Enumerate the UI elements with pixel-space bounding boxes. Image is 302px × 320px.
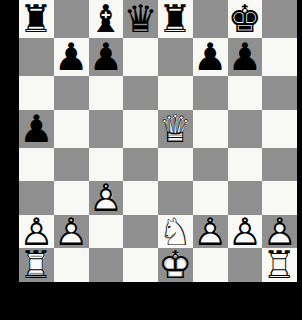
square-e1[interactable]: ♚♔ <box>158 248 193 282</box>
square-c7[interactable]: ♟ <box>89 38 124 76</box>
white-rook-h1[interactable]: ♜♖ <box>262 248 297 282</box>
square-e5[interactable]: ♛♕ <box>158 110 193 148</box>
square-a6[interactable] <box>19 76 54 110</box>
square-f8[interactable] <box>193 0 228 38</box>
black-pawn-a5[interactable]: ♟ <box>19 110 54 148</box>
black-pawn-b7[interactable]: ♟ <box>54 38 89 76</box>
square-b6[interactable] <box>54 76 89 110</box>
square-g6[interactable] <box>228 76 263 110</box>
square-c5[interactable] <box>89 110 124 148</box>
chess-board-screenshot: ♜♝♛♜♚♟♟♟♟♟♛♕♟♙♟♙♟♙♞♘♟♙♟♙♟♙♜♖♚♔♜♖ <box>0 0 302 320</box>
white-queen-e5[interactable]: ♛♕ <box>158 110 193 148</box>
square-c6[interactable] <box>89 76 124 110</box>
square-a8[interactable]: ♜ <box>19 0 54 38</box>
square-b7[interactable]: ♟ <box>54 38 89 76</box>
square-a1[interactable]: ♜♖ <box>19 248 54 282</box>
white-rook-a1[interactable]: ♜♖ <box>19 248 54 282</box>
square-b1[interactable] <box>54 248 89 282</box>
square-h6[interactable] <box>262 76 297 110</box>
square-f4[interactable] <box>193 148 228 182</box>
square-d1[interactable] <box>123 248 158 282</box>
square-a7[interactable] <box>19 38 54 76</box>
square-g2[interactable]: ♟♙ <box>228 215 263 249</box>
square-e7[interactable] <box>158 38 193 76</box>
square-g4[interactable] <box>228 148 263 182</box>
square-e8[interactable]: ♜ <box>158 0 193 38</box>
white-pawn-f2[interactable]: ♟♙ <box>193 215 228 249</box>
black-king-g8[interactable]: ♚ <box>228 0 263 38</box>
square-g7[interactable]: ♟ <box>228 38 263 76</box>
square-e4[interactable] <box>158 148 193 182</box>
square-d8[interactable]: ♛ <box>123 0 158 38</box>
square-d7[interactable] <box>123 38 158 76</box>
square-f1[interactable] <box>193 248 228 282</box>
square-b8[interactable] <box>54 0 89 38</box>
square-d4[interactable] <box>123 148 158 182</box>
black-rook-a8[interactable]: ♜ <box>19 0 54 38</box>
chess-board: ♜♝♛♜♚♟♟♟♟♟♛♕♟♙♟♙♟♙♞♘♟♙♟♙♟♙♜♖♚♔♜♖ <box>19 0 297 282</box>
square-g5[interactable] <box>228 110 263 148</box>
white-pawn-g2[interactable]: ♟♙ <box>228 215 263 249</box>
square-g8[interactable]: ♚ <box>228 0 263 38</box>
square-h8[interactable] <box>262 0 297 38</box>
black-bishop-c8[interactable]: ♝ <box>89 0 124 38</box>
square-f7[interactable]: ♟ <box>193 38 228 76</box>
white-king-e1[interactable]: ♚♔ <box>158 248 193 282</box>
black-rook-e8[interactable]: ♜ <box>158 0 193 38</box>
square-b2[interactable]: ♟♙ <box>54 215 89 249</box>
square-h4[interactable] <box>262 148 297 182</box>
square-a4[interactable] <box>19 148 54 182</box>
white-pawn-c3[interactable]: ♟♙ <box>89 181 124 215</box>
black-pawn-c7[interactable]: ♟ <box>89 38 124 76</box>
black-pawn-g7[interactable]: ♟ <box>228 38 263 76</box>
square-c3[interactable]: ♟♙ <box>89 181 124 215</box>
square-d2[interactable] <box>123 215 158 249</box>
square-h7[interactable] <box>262 38 297 76</box>
square-g1[interactable] <box>228 248 263 282</box>
square-f6[interactable] <box>193 76 228 110</box>
black-queen-d8[interactable]: ♛ <box>123 0 158 38</box>
square-h1[interactable]: ♜♖ <box>262 248 297 282</box>
white-pawn-b2[interactable]: ♟♙ <box>54 215 89 249</box>
square-c8[interactable]: ♝ <box>89 0 124 38</box>
square-e6[interactable] <box>158 76 193 110</box>
square-d3[interactable] <box>123 181 158 215</box>
square-b5[interactable] <box>54 110 89 148</box>
square-d5[interactable] <box>123 110 158 148</box>
square-h5[interactable] <box>262 110 297 148</box>
square-a5[interactable]: ♟ <box>19 110 54 148</box>
black-pawn-f7[interactable]: ♟ <box>193 38 228 76</box>
square-f5[interactable] <box>193 110 228 148</box>
square-f2[interactable]: ♟♙ <box>193 215 228 249</box>
square-b4[interactable] <box>54 148 89 182</box>
square-c1[interactable] <box>89 248 124 282</box>
square-d6[interactable] <box>123 76 158 110</box>
square-c2[interactable] <box>89 215 124 249</box>
